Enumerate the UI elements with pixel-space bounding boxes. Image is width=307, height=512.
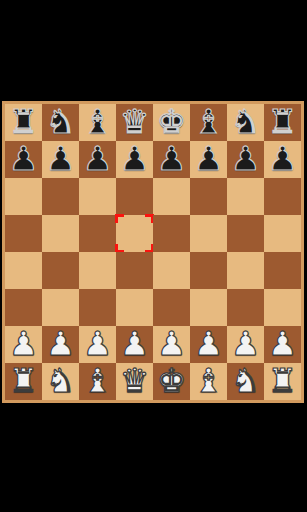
square-c4[interactable]	[79, 252, 116, 289]
piece-white-knight: ♞	[46, 362, 76, 399]
piece-black-bishop: ♝	[194, 103, 224, 140]
piece-black-bishop: ♝	[83, 103, 113, 140]
square-b5[interactable]	[42, 215, 79, 252]
square-e1[interactable]: ♚	[153, 363, 190, 400]
square-d5[interactable]	[116, 215, 153, 252]
square-e3[interactable]	[153, 289, 190, 326]
square-e8[interactable]: ♚	[153, 104, 190, 141]
piece-white-queen: ♛	[120, 362, 150, 399]
square-e5[interactable]	[153, 215, 190, 252]
chess-board: ♜♞♝♛♚♝♞♜♟♟♟♟♟♟♟♟♟♟♟♟♟♟♟♟♜♞♝♛♚♝♞♜	[2, 101, 304, 403]
square-b2[interactable]: ♟	[42, 326, 79, 363]
selected-square-corner-tl	[115, 214, 124, 223]
square-b4[interactable]	[42, 252, 79, 289]
square-c1[interactable]: ♝	[79, 363, 116, 400]
piece-white-pawn: ♟	[120, 325, 150, 362]
piece-black-queen: ♛	[120, 103, 150, 140]
square-f6[interactable]	[190, 178, 227, 215]
square-g2[interactable]: ♟	[227, 326, 264, 363]
square-g5[interactable]	[227, 215, 264, 252]
square-a4[interactable]	[5, 252, 42, 289]
piece-black-pawn: ♟	[231, 140, 261, 177]
square-a6[interactable]	[5, 178, 42, 215]
square-d8[interactable]: ♛	[116, 104, 153, 141]
piece-black-pawn: ♟	[268, 140, 298, 177]
square-g1[interactable]: ♞	[227, 363, 264, 400]
piece-white-pawn: ♟	[83, 325, 113, 362]
square-a8[interactable]: ♜	[5, 104, 42, 141]
square-d7[interactable]: ♟	[116, 141, 153, 178]
piece-white-bishop: ♝	[83, 362, 113, 399]
piece-white-rook: ♜	[9, 362, 39, 399]
piece-white-pawn: ♟	[268, 325, 298, 362]
piece-white-pawn: ♟	[46, 325, 76, 362]
piece-black-rook: ♜	[9, 103, 39, 140]
square-a1[interactable]: ♜	[5, 363, 42, 400]
square-g6[interactable]	[227, 178, 264, 215]
square-d2[interactable]: ♟	[116, 326, 153, 363]
square-e2[interactable]: ♟	[153, 326, 190, 363]
square-d1[interactable]: ♛	[116, 363, 153, 400]
piece-black-knight: ♞	[231, 103, 261, 140]
square-f2[interactable]: ♟	[190, 326, 227, 363]
piece-black-knight: ♞	[46, 103, 76, 140]
square-b7[interactable]: ♟	[42, 141, 79, 178]
square-c8[interactable]: ♝	[79, 104, 116, 141]
square-g8[interactable]: ♞	[227, 104, 264, 141]
square-h6[interactable]	[264, 178, 301, 215]
piece-white-king: ♚	[157, 362, 187, 399]
piece-black-pawn: ♟	[157, 140, 187, 177]
piece-white-rook: ♜	[268, 362, 298, 399]
app-background: ♜♞♝♛♚♝♞♜♟♟♟♟♟♟♟♟♟♟♟♟♟♟♟♟♜♞♝♛♚♝♞♜	[0, 0, 307, 512]
square-e6[interactable]	[153, 178, 190, 215]
square-a7[interactable]: ♟	[5, 141, 42, 178]
square-a5[interactable]	[5, 215, 42, 252]
square-a2[interactable]: ♟	[5, 326, 42, 363]
square-h8[interactable]: ♜	[264, 104, 301, 141]
piece-white-bishop: ♝	[194, 362, 224, 399]
square-b8[interactable]: ♞	[42, 104, 79, 141]
piece-black-pawn: ♟	[83, 140, 113, 177]
square-f4[interactable]	[190, 252, 227, 289]
piece-black-pawn: ♟	[194, 140, 224, 177]
square-h5[interactable]	[264, 215, 301, 252]
square-h1[interactable]: ♜	[264, 363, 301, 400]
piece-white-pawn: ♟	[9, 325, 39, 362]
square-c6[interactable]	[79, 178, 116, 215]
square-g7[interactable]: ♟	[227, 141, 264, 178]
piece-white-pawn: ♟	[231, 325, 261, 362]
square-d4[interactable]	[116, 252, 153, 289]
square-b1[interactable]: ♞	[42, 363, 79, 400]
square-f3[interactable]	[190, 289, 227, 326]
square-h7[interactable]: ♟	[264, 141, 301, 178]
piece-white-knight: ♞	[231, 362, 261, 399]
square-b3[interactable]	[42, 289, 79, 326]
piece-black-pawn: ♟	[120, 140, 150, 177]
square-c2[interactable]: ♟	[79, 326, 116, 363]
square-h3[interactable]	[264, 289, 301, 326]
square-c5[interactable]	[79, 215, 116, 252]
piece-white-pawn: ♟	[157, 325, 187, 362]
square-f7[interactable]: ♟	[190, 141, 227, 178]
piece-black-pawn: ♟	[9, 140, 39, 177]
square-g4[interactable]	[227, 252, 264, 289]
square-c3[interactable]	[79, 289, 116, 326]
square-f5[interactable]	[190, 215, 227, 252]
piece-black-pawn: ♟	[46, 140, 76, 177]
square-e4[interactable]	[153, 252, 190, 289]
square-e7[interactable]: ♟	[153, 141, 190, 178]
square-f1[interactable]: ♝	[190, 363, 227, 400]
square-d3[interactable]	[116, 289, 153, 326]
chess-board-grid: ♜♞♝♛♚♝♞♜♟♟♟♟♟♟♟♟♟♟♟♟♟♟♟♟♜♞♝♛♚♝♞♜	[5, 104, 301, 400]
piece-white-pawn: ♟	[194, 325, 224, 362]
square-a3[interactable]	[5, 289, 42, 326]
square-g3[interactable]	[227, 289, 264, 326]
piece-black-rook: ♜	[268, 103, 298, 140]
square-d6[interactable]	[116, 178, 153, 215]
square-h4[interactable]	[264, 252, 301, 289]
square-f8[interactable]: ♝	[190, 104, 227, 141]
piece-black-king: ♚	[157, 103, 187, 140]
square-c7[interactable]: ♟	[79, 141, 116, 178]
square-h2[interactable]: ♟	[264, 326, 301, 363]
square-b6[interactable]	[42, 178, 79, 215]
